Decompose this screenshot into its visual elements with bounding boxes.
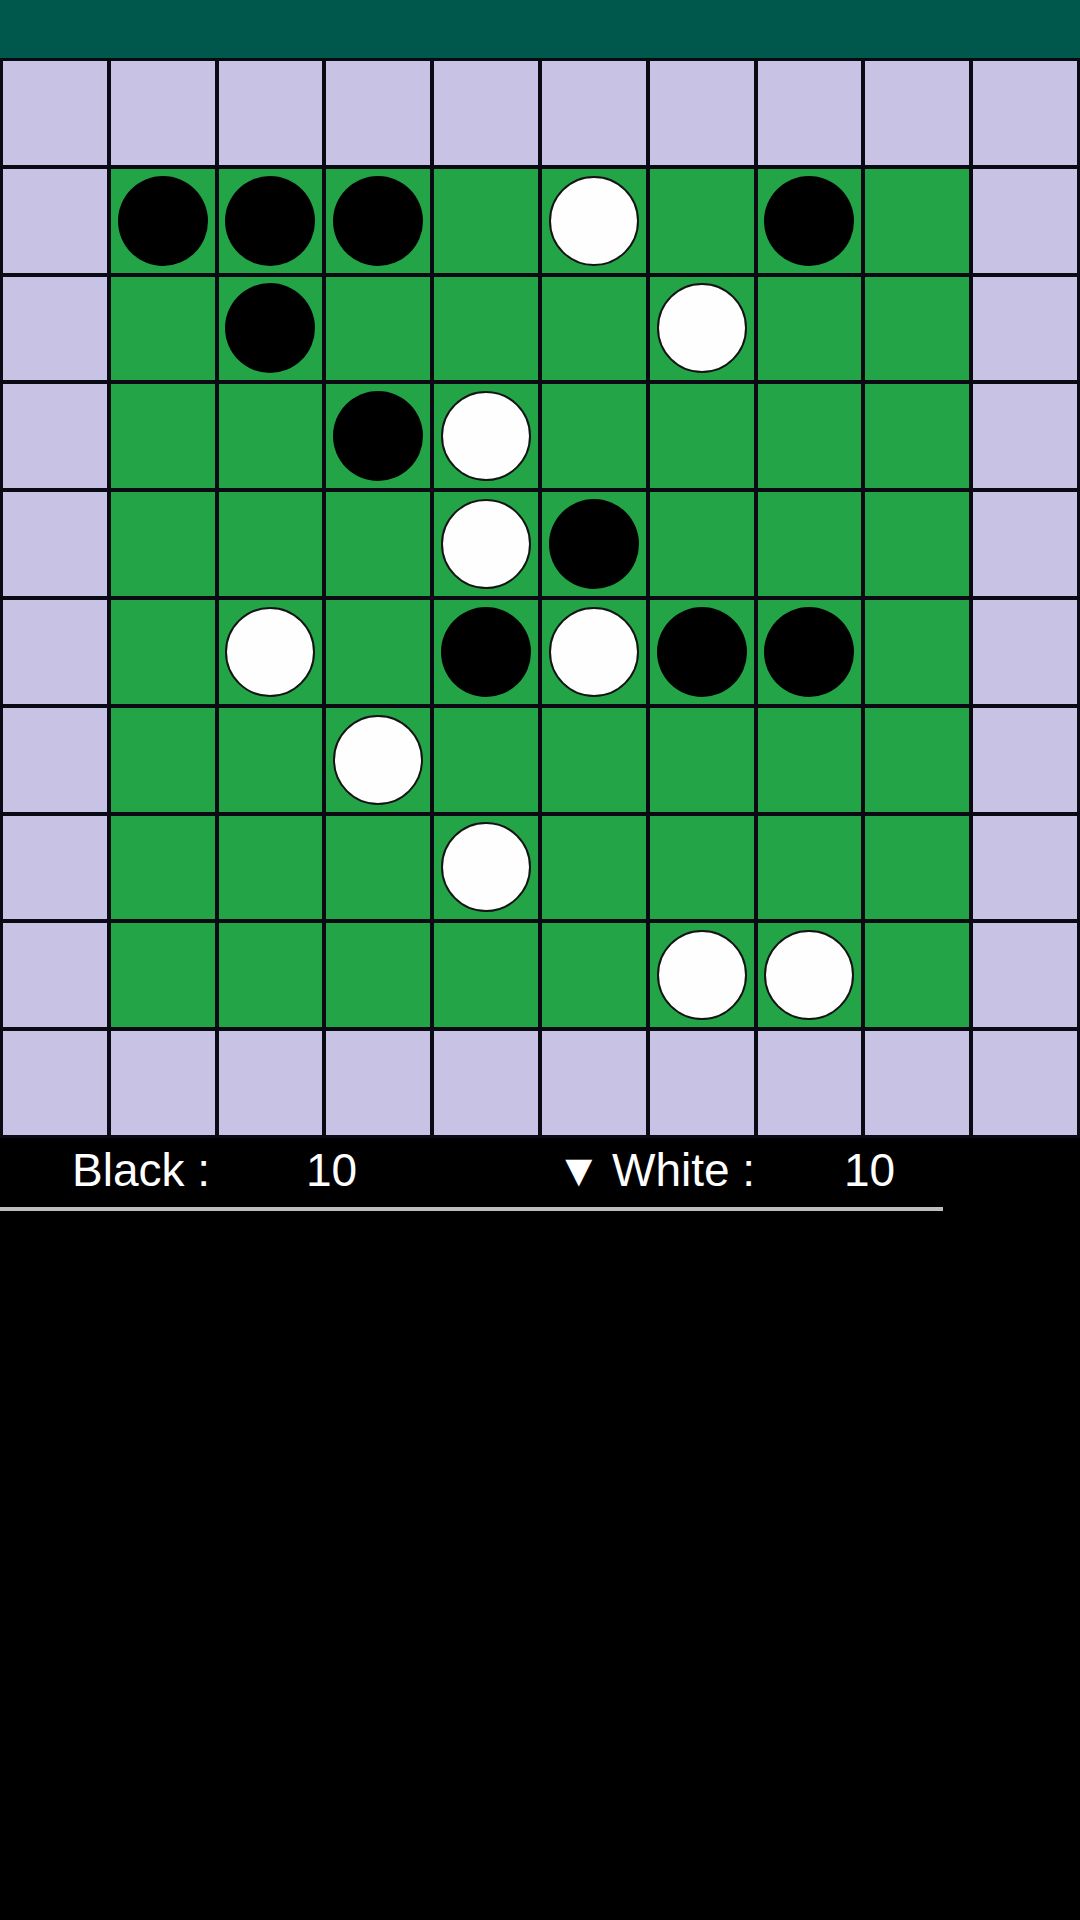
board-cell[interactable] [650, 708, 754, 812]
black-disc [549, 499, 639, 589]
border-cell [3, 61, 107, 165]
board-cell[interactable] [758, 169, 862, 273]
black-disc [333, 391, 423, 481]
board-cell[interactable] [326, 600, 430, 704]
black-disc [441, 607, 531, 697]
border-cell [650, 1031, 754, 1135]
board-cell[interactable] [219, 169, 323, 273]
board-cell[interactable] [219, 600, 323, 704]
board-cell[interactable] [219, 492, 323, 596]
border-cell [326, 1031, 430, 1135]
border-cell [650, 61, 754, 165]
black-disc [657, 607, 747, 697]
border-cell [865, 61, 969, 165]
board-cell[interactable] [758, 277, 862, 381]
board-cell[interactable] [865, 600, 969, 704]
board-cell[interactable] [865, 492, 969, 596]
board-cell[interactable] [865, 708, 969, 812]
board-cell[interactable] [434, 384, 538, 488]
board-cell[interactable] [111, 923, 215, 1027]
board-cell[interactable] [434, 277, 538, 381]
white-disc [441, 822, 531, 912]
board-cell[interactable] [434, 816, 538, 920]
border-cell [219, 1031, 323, 1135]
board-cell[interactable] [326, 492, 430, 596]
board-cell[interactable] [865, 384, 969, 488]
border-cell [3, 1031, 107, 1135]
border-cell [434, 1031, 538, 1135]
board-cell[interactable] [111, 600, 215, 704]
black-score-value: 10 [306, 1140, 357, 1200]
border-cell [3, 277, 107, 381]
border-cell [973, 708, 1077, 812]
black-disc [225, 176, 315, 266]
border-cell [111, 61, 215, 165]
board-cell[interactable] [758, 708, 862, 812]
board-cell[interactable] [865, 923, 969, 1027]
border-cell [3, 169, 107, 273]
board-cell[interactable] [434, 708, 538, 812]
phone-screen: Black : 10 ▼ White : 10 [0, 0, 1080, 1920]
white-disc [657, 283, 747, 373]
status-bar [0, 0, 1080, 58]
board-cell[interactable] [650, 169, 754, 273]
board-cell[interactable] [434, 600, 538, 704]
border-cell [758, 1031, 862, 1135]
othello-board [0, 58, 1080, 1138]
white-disc [441, 391, 531, 481]
border-cell [973, 61, 1077, 165]
white-disc [441, 499, 531, 589]
board-cell[interactable] [542, 600, 646, 704]
black-disc [118, 176, 208, 266]
white-disc [225, 607, 315, 697]
score-underline [0, 1207, 943, 1211]
board-cell[interactable] [434, 169, 538, 273]
board-cell[interactable] [219, 708, 323, 812]
black-disc [225, 283, 315, 373]
white-disc [333, 715, 423, 805]
board-cell[interactable] [650, 492, 754, 596]
board-cell[interactable] [219, 816, 323, 920]
board-cell[interactable] [542, 277, 646, 381]
board-cell[interactable] [219, 923, 323, 1027]
board-cell[interactable] [650, 277, 754, 381]
border-cell [973, 384, 1077, 488]
border-cell [973, 169, 1077, 273]
board-cell[interactable] [326, 277, 430, 381]
board-cell[interactable] [650, 923, 754, 1027]
board-cell[interactable] [111, 708, 215, 812]
board-cell[interactable] [542, 169, 646, 273]
border-cell [3, 600, 107, 704]
border-cell [542, 61, 646, 165]
board-cell[interactable] [326, 923, 430, 1027]
border-cell [758, 61, 862, 165]
border-cell [973, 600, 1077, 704]
border-cell [326, 61, 430, 165]
board-cell[interactable] [219, 384, 323, 488]
border-cell [219, 61, 323, 165]
board-cell[interactable] [542, 708, 646, 812]
board-cell[interactable] [111, 277, 215, 381]
board-cell[interactable] [111, 492, 215, 596]
board-cell[interactable] [111, 384, 215, 488]
board-cell[interactable] [650, 816, 754, 920]
black-score-label: Black : [72, 1140, 210, 1200]
border-cell [3, 492, 107, 596]
border-cell [865, 1031, 969, 1135]
white-score-label: White : [612, 1140, 755, 1200]
board-cell[interactable] [865, 816, 969, 920]
white-disc [764, 930, 854, 1020]
board-cell[interactable] [758, 923, 862, 1027]
board-cell[interactable] [865, 169, 969, 273]
black-disc [764, 176, 854, 266]
board-cell[interactable] [326, 169, 430, 273]
black-disc [764, 607, 854, 697]
board-cell[interactable] [326, 816, 430, 920]
border-cell [3, 923, 107, 1027]
board-cell[interactable] [758, 384, 862, 488]
board-cell[interactable] [865, 277, 969, 381]
board-cell[interactable] [326, 384, 430, 488]
board-cell[interactable] [434, 923, 538, 1027]
board-cell[interactable] [111, 169, 215, 273]
board-cell[interactable] [758, 492, 862, 596]
white-disc [549, 176, 639, 266]
board-cell[interactable] [434, 492, 538, 596]
border-cell [973, 1031, 1077, 1135]
border-cell [434, 61, 538, 165]
border-cell [973, 816, 1077, 920]
board-cell[interactable] [758, 816, 862, 920]
board-cell[interactable] [542, 923, 646, 1027]
border-cell [3, 384, 107, 488]
android-nav-bar [0, 1790, 1080, 1920]
border-cell [973, 492, 1077, 596]
border-cell [973, 277, 1077, 381]
board-cell[interactable] [111, 816, 215, 920]
board-cell[interactable] [542, 816, 646, 920]
border-cell [3, 708, 107, 812]
board-cell[interactable] [542, 492, 646, 596]
border-cell [542, 1031, 646, 1135]
board-cell[interactable] [758, 600, 862, 704]
board-cell[interactable] [650, 600, 754, 704]
border-cell [111, 1031, 215, 1135]
turn-indicator-icon: ▼ [556, 1140, 602, 1200]
white-score-value: 10 [844, 1140, 895, 1200]
board-cell[interactable] [650, 384, 754, 488]
board-cell[interactable] [219, 277, 323, 381]
border-cell [3, 816, 107, 920]
board-cell[interactable] [326, 708, 430, 812]
white-disc [657, 930, 747, 1020]
border-cell [973, 923, 1077, 1027]
black-disc [333, 176, 423, 266]
board-cell[interactable] [542, 384, 646, 488]
white-disc [549, 607, 639, 697]
